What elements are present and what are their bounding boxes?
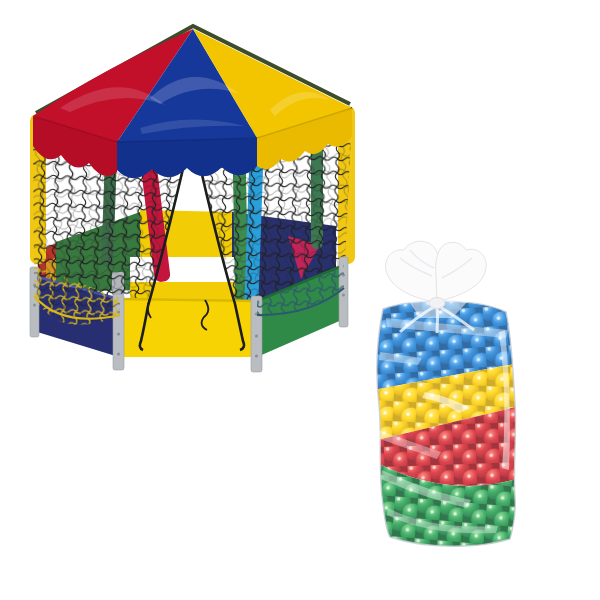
- bag-film: [377, 299, 516, 546]
- ball-bag: [373, 241, 520, 552]
- product-image-canvas: [0, 0, 600, 600]
- bag-film-body: [377, 301, 516, 546]
- ball-pit-tent: [30, 26, 355, 372]
- knot-left-lobe: [386, 241, 440, 302]
- canopy-valance-blue: [117, 138, 257, 178]
- bag-knot: [386, 241, 487, 308]
- product-photo: [0, 0, 600, 600]
- knot-right-lobe: [436, 242, 487, 302]
- knot-twist: [429, 298, 445, 309]
